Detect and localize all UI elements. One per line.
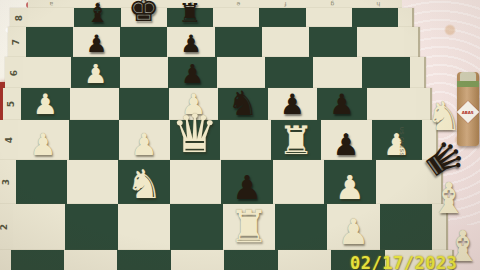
piece-white-pawn-d5: ♟ [181, 92, 206, 119]
piece-black-pawn-e3: ♟ [232, 172, 262, 203]
rank-label-3: 3 [0, 160, 16, 204]
piece-white-rook-e2: ♜ [229, 206, 269, 249]
square-b1 [64, 250, 117, 270]
piece-white-pawn-b6: ♟ [84, 62, 107, 87]
square-a5: ♟ [21, 88, 70, 120]
square-e5: ♞ [218, 88, 267, 120]
square-c4: ♟ [119, 120, 170, 160]
rank-label-4: 4 [0, 120, 18, 160]
piece-white-pawn-g2: ♟ [338, 216, 369, 249]
square-g4: ♟ [321, 120, 372, 160]
file-label-h: h [355, 0, 402, 8]
square-g6 [313, 57, 361, 88]
photo-frame: abcdefgh US CHESS 8♝♚♜7♟♟6♟♟5♟♟♞♟♟4♟♟♛♜♟… [0, 0, 480, 270]
bottle-label-text: ABAS [462, 110, 474, 115]
square-b6: ♟ [71, 57, 119, 88]
square-e4 [220, 120, 271, 160]
square-c2 [118, 204, 170, 250]
board-right-border [410, 57, 426, 88]
square-c8: ♚ [121, 8, 167, 27]
square-h8 [352, 8, 398, 27]
file-label-e: e [215, 0, 262, 8]
piece-black-pawn-g4: ♟ [333, 131, 360, 160]
square-e1 [224, 250, 277, 270]
square-g7 [309, 27, 356, 57]
file-label-d: d [168, 0, 215, 8]
board-brand-text: US CHESS [399, 127, 405, 156]
rank-label-8: 8 [10, 8, 28, 27]
piece-black-pawn-b7: ♟ [86, 33, 108, 56]
file-label-f: f [262, 0, 309, 8]
square-h7 [357, 27, 404, 57]
timestamp-overlay: 02/17/2023 [350, 253, 457, 270]
square-c7 [120, 27, 167, 57]
square-d2 [170, 204, 222, 250]
square-b4 [69, 120, 120, 160]
square-c6 [120, 57, 168, 88]
square-f6 [265, 57, 313, 88]
rank-label-7: 7 [8, 27, 26, 57]
piece-black-pawn-d6: ♟ [181, 62, 204, 87]
board-row-rank-8: 8♝♚♜ [10, 8, 414, 27]
piece-white-pawn-a4: ♟ [30, 131, 57, 160]
square-d8: ♜ [167, 8, 213, 27]
square-d1 [171, 250, 224, 270]
piece-black-knight-e5: ♞ [228, 87, 258, 119]
piece-white-pawn-g3: ♟ [335, 172, 365, 203]
square-h2 [380, 204, 432, 250]
bottle-neck-band [457, 81, 479, 87]
board-row-rank-7: 7♟♟ [8, 27, 421, 57]
board-row-rank-5: 5♟♟♞♟♟ [3, 88, 433, 120]
bottle-cap [460, 72, 476, 81]
piece-black-pawn-d7: ♟ [180, 33, 202, 56]
square-c1 [117, 250, 170, 270]
square-a6 [23, 57, 71, 88]
square-b8: ♝ [74, 8, 120, 27]
square-a8 [28, 8, 74, 27]
board-row-rank-4: 4♟♟♛♜♟♟ [0, 120, 438, 160]
square-f5: ♟ [268, 88, 317, 120]
square-e2: ♜ [223, 204, 275, 250]
square-f8 [259, 8, 305, 27]
square-b5 [70, 88, 119, 120]
square-b3 [67, 160, 118, 204]
square-a2 [13, 204, 65, 250]
piece-white-pawn-h4: ♟ [383, 131, 410, 160]
square-d6: ♟ [168, 57, 216, 88]
square-a4: ♟ [18, 120, 69, 160]
rank-label-5: 5 [3, 88, 21, 120]
square-e6 [217, 57, 265, 88]
file-label-g: g [309, 0, 356, 8]
board-right-border [398, 8, 414, 27]
captured-white-knight-icon: ♞ [426, 96, 462, 136]
board-row-rank-3: 3♞♟♟ [0, 160, 443, 204]
square-b2 [65, 204, 117, 250]
square-e3: ♟ [221, 160, 272, 204]
square-a7 [26, 27, 73, 57]
square-g2: ♟ [327, 204, 379, 250]
square-f2 [275, 204, 327, 250]
piece-black-pawn-g5: ♟ [329, 92, 354, 119]
rank-label-2: 2 [0, 204, 13, 250]
square-g8 [306, 8, 352, 27]
square-d5: ♟ [169, 88, 218, 120]
captured-white-bishop-icon: ♝ [430, 178, 468, 220]
piece-white-rook-f4: ♜ [278, 122, 313, 159]
board-row-rank-6: 6♟♟ [5, 57, 426, 88]
square-g3: ♟ [324, 160, 375, 204]
file-letters-strip: abcdefgh [28, 0, 402, 8]
square-h4: ♟ [372, 120, 423, 160]
square-e8 [213, 8, 259, 27]
file-label-c: c [122, 0, 169, 8]
square-f7 [262, 27, 309, 57]
square-e7 [215, 27, 262, 57]
file-label-b: b [75, 0, 122, 8]
square-g5: ♟ [317, 88, 366, 120]
square-d3 [170, 160, 221, 204]
rank-label-1: 1 [0, 250, 11, 270]
square-a1 [11, 250, 64, 270]
rank-label-6: 6 [5, 57, 23, 88]
chess-board: abcdefgh US CHESS 8♝♚♜7♟♟6♟♟5♟♟♞♟♟4♟♟♛♜♟… [0, 0, 480, 270]
square-b7: ♟ [73, 27, 120, 57]
piece-white-pawn-c4: ♟ [131, 131, 158, 160]
piece-black-pawn-f5: ♟ [280, 92, 305, 119]
board-right-border [404, 27, 420, 57]
square-f4: ♜ [271, 120, 322, 160]
square-c3: ♞ [118, 160, 169, 204]
file-label-a: a [28, 0, 75, 8]
square-d7: ♟ [167, 27, 214, 57]
square-h5 [367, 88, 416, 120]
piece-white-pawn-a5: ♟ [33, 92, 58, 119]
piece-white-knight-c3: ♞ [126, 165, 162, 203]
square-f1 [278, 250, 331, 270]
square-d4: ♛ [170, 120, 221, 160]
square-f3 [273, 160, 324, 204]
square-h6 [362, 57, 410, 88]
board-row-rank-2: 2♜♟ [0, 204, 448, 250]
square-c5 [119, 88, 168, 120]
square-a3 [16, 160, 67, 204]
